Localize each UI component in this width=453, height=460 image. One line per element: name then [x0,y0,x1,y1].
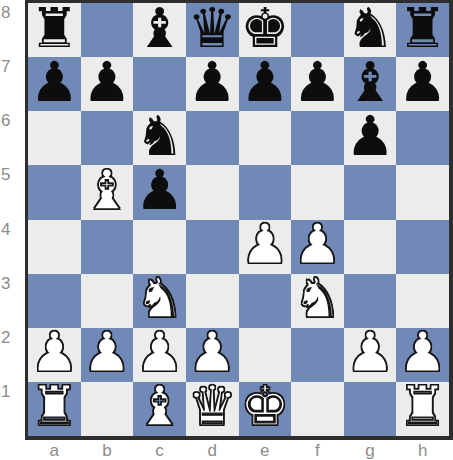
square-e7[interactable]: ♟ [239,57,292,111]
square-a1[interactable]: ♜ [28,382,81,436]
piece-white-pawn[interactable]: ♟ [345,328,394,381]
file-label-d: d [186,440,239,460]
square-c4[interactable] [133,220,186,274]
square-d5[interactable] [186,165,239,219]
square-e2[interactable] [239,328,292,382]
piece-white-pawn[interactable]: ♟ [240,220,289,273]
rank-label-8: 8 [1,3,21,23]
piece-white-pawn[interactable]: ♟ [135,328,184,381]
square-d6[interactable] [186,111,239,165]
square-c2[interactable]: ♟ [133,328,186,382]
square-a8[interactable]: ♜ [28,3,81,57]
piece-white-knight[interactable]: ♞ [293,274,342,327]
rank-label-3: 3 [1,274,21,294]
square-f8[interactable] [291,3,344,57]
file-label-b: b [81,440,134,460]
piece-white-rook[interactable]: ♜ [398,382,447,435]
square-b5[interactable]: ♝ [81,165,134,219]
piece-black-pawn[interactable]: ♟ [398,57,447,110]
rank-label-2: 2 [1,328,21,348]
square-c3[interactable]: ♞ [133,274,186,328]
piece-black-knight[interactable]: ♞ [345,3,394,56]
square-g7[interactable]: ♝ [344,57,397,111]
square-e8[interactable]: ♚ [239,3,292,57]
file-label-f: f [291,440,344,460]
square-g2[interactable]: ♟ [344,328,397,382]
square-b3[interactable] [81,274,134,328]
file-label-c: c [133,440,186,460]
square-g8[interactable]: ♞ [344,3,397,57]
square-a2[interactable]: ♟ [28,328,81,382]
square-g3[interactable] [344,274,397,328]
square-a6[interactable] [28,111,81,165]
square-e6[interactable] [239,111,292,165]
piece-white-pawn[interactable]: ♟ [293,220,342,273]
rank-labels: 87654321 [0,0,25,440]
piece-black-queen[interactable]: ♛ [188,3,237,56]
square-g6[interactable]: ♟ [344,111,397,165]
square-h8[interactable]: ♜ [396,3,449,57]
square-a5[interactable] [28,165,81,219]
square-f6[interactable] [291,111,344,165]
square-a7[interactable]: ♟ [28,57,81,111]
chess-board: ♜♝♛♚♞♜♟♟♟♟♟♝♟♞♟♝♟♟♟♞♞♟♟♟♟♟♟♜♝♛♚♜ [25,0,453,440]
square-g1[interactable] [344,382,397,436]
piece-white-pawn[interactable]: ♟ [188,328,237,381]
square-b8[interactable] [81,3,134,57]
square-a3[interactable] [28,274,81,328]
square-f5[interactable] [291,165,344,219]
square-c7[interactable] [133,57,186,111]
square-h1[interactable]: ♜ [396,382,449,436]
piece-black-pawn[interactable]: ♟ [188,57,237,110]
piece-white-queen[interactable]: ♛ [188,382,237,435]
square-h2[interactable]: ♟ [396,328,449,382]
piece-black-rook[interactable]: ♜ [30,3,79,56]
piece-white-knight[interactable]: ♞ [135,274,184,327]
file-labels: abcdefgh [28,440,449,460]
square-e5[interactable] [239,165,292,219]
square-h4[interactable] [396,220,449,274]
square-g5[interactable] [344,165,397,219]
square-d2[interactable]: ♟ [186,328,239,382]
rank-label-4: 4 [1,220,21,240]
square-b1[interactable] [81,382,134,436]
square-h5[interactable] [396,165,449,219]
file-label-e: e [239,440,292,460]
square-f2[interactable] [291,328,344,382]
square-f1[interactable] [291,382,344,436]
file-label-h: h [396,440,449,460]
square-d8[interactable]: ♛ [186,3,239,57]
square-d4[interactable] [186,220,239,274]
square-c8[interactable]: ♝ [133,3,186,57]
piece-black-bishop[interactable]: ♝ [345,57,394,110]
square-c1[interactable]: ♝ [133,382,186,436]
rank-label-1: 1 [1,382,21,402]
piece-white-pawn[interactable]: ♟ [30,328,79,381]
square-d7[interactable]: ♟ [186,57,239,111]
piece-black-pawn[interactable]: ♟ [30,57,79,110]
piece-black-pawn[interactable]: ♟ [135,165,184,218]
piece-white-king[interactable]: ♚ [240,382,289,435]
rank-label-6: 6 [1,111,21,131]
piece-white-rook[interactable]: ♜ [30,382,79,435]
piece-white-pawn[interactable]: ♟ [398,328,447,381]
piece-white-bishop[interactable]: ♝ [82,165,131,218]
piece-black-knight[interactable]: ♞ [135,111,184,164]
square-b6[interactable] [81,111,134,165]
square-b2[interactable]: ♟ [81,328,134,382]
rank-label-7: 7 [1,57,21,77]
square-f3[interactable]: ♞ [291,274,344,328]
piece-black-pawn[interactable]: ♟ [345,111,394,164]
piece-black-rook[interactable]: ♜ [398,3,447,56]
square-e1[interactable]: ♚ [239,382,292,436]
file-label-g: g [344,440,397,460]
piece-black-pawn[interactable]: ♟ [82,57,131,110]
file-label-a: a [28,440,81,460]
piece-black-pawn[interactable]: ♟ [293,57,342,110]
rank-label-5: 5 [1,165,21,185]
square-f7[interactable]: ♟ [291,57,344,111]
square-a4[interactable] [28,220,81,274]
chess-board-diagram: 87654321 ♜♝♛♚♞♜♟♟♟♟♟♝♟♞♟♝♟♟♟♞♞♟♟♟♟♟♟♜♝♛♚… [0,0,453,460]
square-f4[interactable]: ♟ [291,220,344,274]
piece-white-pawn[interactable]: ♟ [82,328,131,381]
square-g4[interactable] [344,220,397,274]
square-b4[interactable] [81,220,134,274]
piece-black-king[interactable]: ♚ [240,3,289,56]
square-e3[interactable] [239,274,292,328]
square-d1[interactable]: ♛ [186,382,239,436]
square-h7[interactable]: ♟ [396,57,449,111]
square-d3[interactable] [186,274,239,328]
square-c6[interactable]: ♞ [133,111,186,165]
piece-white-bishop[interactable]: ♝ [135,382,184,435]
square-b7[interactable]: ♟ [81,57,134,111]
piece-black-bishop[interactable]: ♝ [135,3,184,56]
square-h3[interactable] [396,274,449,328]
square-h6[interactable] [396,111,449,165]
square-e4[interactable]: ♟ [239,220,292,274]
square-c5[interactable]: ♟ [133,165,186,219]
piece-black-pawn[interactable]: ♟ [240,57,289,110]
